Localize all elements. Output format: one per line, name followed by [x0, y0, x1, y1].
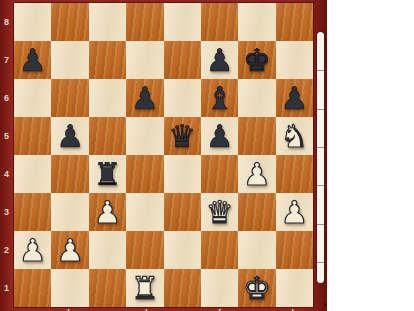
black-king[interactable]: ♚: [238, 41, 275, 79]
square-d2[interactable]: [126, 231, 163, 269]
square-h8[interactable]: [276, 3, 313, 41]
square-b8[interactable]: [51, 3, 88, 41]
square-a7[interactable]: ♟: [14, 41, 51, 79]
square-b5[interactable]: ♟: [51, 117, 88, 155]
square-c1[interactable]: [89, 269, 126, 307]
square-d5[interactable]: [126, 117, 163, 155]
white-knight[interactable]: ♞: [276, 117, 313, 155]
resize-grip-icon: [324, 303, 327, 306]
square-a1[interactable]: [14, 269, 51, 307]
slider-tick: [317, 147, 324, 148]
white-pawn[interactable]: ♟: [14, 231, 51, 269]
black-pawn[interactable]: ♟: [126, 79, 163, 117]
square-f2[interactable]: [201, 231, 238, 269]
black-pawn[interactable]: ♟: [14, 41, 51, 79]
square-g1[interactable]: ♚: [238, 269, 275, 307]
black-pawn[interactable]: ♟: [51, 117, 88, 155]
square-b6[interactable]: [51, 79, 88, 117]
square-a6[interactable]: [14, 79, 51, 117]
black-bishop[interactable]: ♝: [201, 79, 238, 117]
square-e2[interactable]: [164, 231, 201, 269]
black-pawn[interactable]: ♟: [276, 79, 313, 117]
rank-label-8: 8: [0, 3, 13, 41]
square-e7[interactable]: [164, 41, 201, 79]
square-f3[interactable]: ♛: [201, 193, 238, 231]
rank-label-6: 6: [0, 79, 13, 117]
black-queen[interactable]: ♛: [164, 117, 201, 155]
slider-tick: [317, 70, 324, 71]
square-h4[interactable]: [276, 155, 313, 193]
black-rook[interactable]: ♜: [89, 155, 126, 193]
square-f4[interactable]: [201, 155, 238, 193]
square-e1[interactable]: [164, 269, 201, 307]
square-b4[interactable]: [51, 155, 88, 193]
slider-tick: [317, 262, 324, 263]
square-a5[interactable]: [14, 117, 51, 155]
square-f5[interactable]: ♟: [201, 117, 238, 155]
white-pawn[interactable]: ♟: [51, 231, 88, 269]
square-b3[interactable]: [51, 193, 88, 231]
rank-label-5: 5: [0, 117, 13, 155]
square-d6[interactable]: ♟: [126, 79, 163, 117]
chess-board: ♟♟♚♟♝♟♟♛♟♞♜♟♟♛♟♟♟♜♚: [14, 3, 313, 307]
square-g5[interactable]: [238, 117, 275, 155]
slider-tick: [317, 109, 324, 110]
file-coordinates: abcdefgh: [14, 307, 313, 311]
square-a2[interactable]: ♟: [14, 231, 51, 269]
square-e4[interactable]: [164, 155, 201, 193]
square-c6[interactable]: [89, 79, 126, 117]
square-d7[interactable]: [126, 41, 163, 79]
square-c8[interactable]: [89, 3, 126, 41]
replay-slider[interactable]: [317, 32, 324, 283]
square-g6[interactable]: [238, 79, 275, 117]
rank-label-1: 1: [0, 269, 13, 307]
white-pawn[interactable]: ♟: [238, 155, 275, 193]
white-queen[interactable]: ♛: [201, 193, 238, 231]
rank-label-3: 3: [0, 193, 13, 231]
square-g4[interactable]: ♟: [238, 155, 275, 193]
square-a4[interactable]: [14, 155, 51, 193]
rank-label-2: 2: [0, 231, 13, 269]
square-d1[interactable]: ♜: [126, 269, 163, 307]
black-pawn[interactable]: ♟: [201, 117, 238, 155]
white-rook[interactable]: ♜: [126, 269, 163, 307]
square-d3[interactable]: [126, 193, 163, 231]
black-pawn[interactable]: ♟: [201, 41, 238, 79]
square-a8[interactable]: [14, 3, 51, 41]
square-c3[interactable]: ♟: [89, 193, 126, 231]
square-h5[interactable]: ♞: [276, 117, 313, 155]
rank-label-4: 4: [0, 155, 13, 193]
square-b2[interactable]: ♟: [51, 231, 88, 269]
square-g3[interactable]: [238, 193, 275, 231]
square-e8[interactable]: [164, 3, 201, 41]
square-h1[interactable]: [276, 269, 313, 307]
square-c2[interactable]: [89, 231, 126, 269]
square-g7[interactable]: ♚: [238, 41, 275, 79]
square-b1[interactable]: [51, 269, 88, 307]
rank-label-7: 7: [0, 41, 13, 79]
slider-tick: [317, 224, 324, 225]
square-g2[interactable]: [238, 231, 275, 269]
slider-tick: [317, 185, 324, 186]
square-e3[interactable]: [164, 193, 201, 231]
square-d8[interactable]: [126, 3, 163, 41]
square-b7[interactable]: [51, 41, 88, 79]
square-e5[interactable]: ♛: [164, 117, 201, 155]
square-f8[interactable]: [201, 3, 238, 41]
square-h7[interactable]: [276, 41, 313, 79]
square-d4[interactable]: [126, 155, 163, 193]
square-c4[interactable]: ♜: [89, 155, 126, 193]
square-c5[interactable]: [89, 117, 126, 155]
square-f1[interactable]: [201, 269, 238, 307]
square-h6[interactable]: ♟: [276, 79, 313, 117]
square-c7[interactable]: [89, 41, 126, 79]
white-king[interactable]: ♚: [238, 269, 275, 307]
square-f6[interactable]: ♝: [201, 79, 238, 117]
square-e6[interactable]: [164, 79, 201, 117]
square-h2[interactable]: [276, 231, 313, 269]
white-pawn[interactable]: ♟: [276, 193, 313, 231]
white-pawn[interactable]: ♟: [89, 193, 126, 231]
square-a3[interactable]: [14, 193, 51, 231]
chess-app: ♟♟♚♟♝♟♟♛♟♞♜♟♟♛♟♟♟♜♚ 87654321 abcdefgh: [0, 0, 414, 311]
square-g8[interactable]: [238, 3, 275, 41]
square-f7[interactable]: ♟: [201, 41, 238, 79]
square-h3[interactable]: ♟: [276, 193, 313, 231]
